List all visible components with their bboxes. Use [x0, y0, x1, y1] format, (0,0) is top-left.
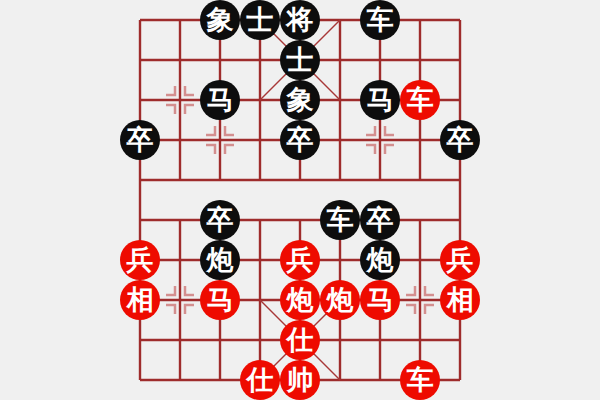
piece-black-soldier[interactable]: 卒 [360, 200, 400, 240]
piece-black-horse[interactable]: 马 [200, 80, 240, 120]
piece-black-elephant[interactable]: 象 [280, 80, 320, 120]
piece-black-soldier[interactable]: 卒 [440, 120, 480, 160]
piece-black-chariot[interactable]: 车 [320, 200, 360, 240]
piece-red-advisor[interactable]: 仕 [280, 320, 320, 360]
piece-black-cannon[interactable]: 炮 [360, 240, 400, 280]
piece-red-elephant[interactable]: 相 [440, 280, 480, 320]
piece-red-cannon[interactable]: 炮 [280, 280, 320, 320]
piece-black-chariot[interactable]: 车 [360, 0, 400, 40]
piece-red-general[interactable]: 帅 [280, 360, 320, 400]
piece-red-chariot[interactable]: 车 [400, 80, 440, 120]
piece-black-soldier[interactable]: 卒 [280, 120, 320, 160]
piece-red-horse[interactable]: 马 [200, 280, 240, 320]
piece-black-advisor[interactable]: 士 [280, 40, 320, 80]
piece-black-soldier[interactable]: 卒 [200, 200, 240, 240]
piece-black-cannon[interactable]: 炮 [200, 240, 240, 280]
pieces-layer: 象士将车士马象马车卒卒卒卒车卒兵炮兵炮兵相马炮炮马相仕仕帅车 [0, 0, 600, 400]
piece-red-soldier[interactable]: 兵 [440, 240, 480, 280]
xiangqi-board: 象士将车士马象马车卒卒卒卒车卒兵炮兵炮兵相马炮炮马相仕仕帅车 [0, 0, 600, 400]
piece-red-cannon[interactable]: 炮 [320, 280, 360, 320]
piece-red-elephant[interactable]: 相 [120, 280, 160, 320]
piece-red-soldier[interactable]: 兵 [120, 240, 160, 280]
piece-black-general[interactable]: 将 [280, 0, 320, 40]
piece-black-soldier[interactable]: 卒 [120, 120, 160, 160]
piece-red-advisor[interactable]: 仕 [240, 360, 280, 400]
piece-red-chariot[interactable]: 车 [400, 360, 440, 400]
piece-black-elephant[interactable]: 象 [200, 0, 240, 40]
piece-red-soldier[interactable]: 兵 [280, 240, 320, 280]
piece-black-horse[interactable]: 马 [360, 80, 400, 120]
piece-red-horse[interactable]: 马 [360, 280, 400, 320]
piece-black-advisor[interactable]: 士 [240, 0, 280, 40]
